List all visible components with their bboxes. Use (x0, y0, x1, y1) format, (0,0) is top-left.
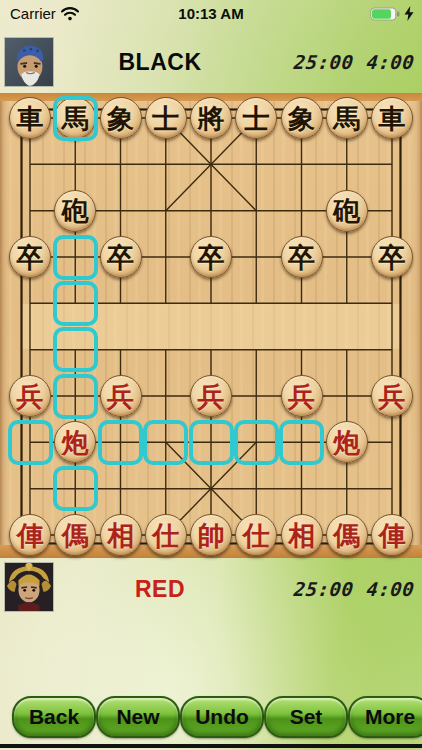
piece-glyph: 兵 (198, 383, 225, 410)
move-highlight-f2r6[interactable] (53, 327, 98, 372)
black-move-clock: 4:00 (365, 51, 415, 73)
board-pieces-layer: 車馬象士將士象馬車砲砲卒卒卒卒卒兵兵兵兵兵炮炮俥傌相仕帥仕相傌俥 (0, 93, 422, 558)
piece-glyph: 兵 (288, 383, 315, 410)
piece-glyph: 炮 (333, 429, 360, 456)
piece-black-f3r4[interactable]: 卒 (100, 236, 142, 278)
black-game-clock: 25:00 (292, 51, 354, 73)
set-button[interactable]: Set (264, 696, 348, 738)
toolbar: Back New Undo Set More (0, 695, 422, 739)
piece-glyph: 象 (107, 105, 134, 132)
piece-black-f7r1[interactable]: 象 (281, 97, 323, 139)
piece-black-f7r4[interactable]: 卒 (281, 236, 323, 278)
piece-glyph: 相 (288, 522, 315, 549)
piece-glyph: 士 (152, 105, 179, 132)
piece-glyph: 相 (107, 522, 134, 549)
move-highlight-f6r8[interactable] (234, 420, 279, 465)
piece-glyph: 車 (379, 105, 406, 132)
piece-glyph: 帥 (198, 522, 225, 549)
piece-red-f9r7[interactable]: 兵 (371, 375, 413, 417)
red-player-row: RED 25:00 4:00 (0, 558, 422, 620)
piece-glyph: 象 (288, 105, 315, 132)
red-game-clock: 25:00 (292, 578, 354, 600)
piece-glyph: 卒 (198, 244, 225, 271)
piece-glyph: 兵 (379, 383, 406, 410)
undo-button[interactable]: Undo (180, 696, 264, 738)
move-highlight-f2r7[interactable] (53, 374, 98, 419)
piece-red-f1r7[interactable]: 兵 (9, 375, 51, 417)
piece-glyph: 兵 (17, 383, 44, 410)
piece-black-f5r4[interactable]: 卒 (190, 236, 232, 278)
piece-black-f8r1[interactable]: 馬 (326, 97, 368, 139)
piece-black-f8r3[interactable]: 砲 (326, 190, 368, 232)
move-highlight-f3r8[interactable] (98, 420, 143, 465)
piece-glyph: 卒 (288, 244, 315, 271)
piece-red-f2r10[interactable]: 傌 (54, 514, 96, 556)
piece-red-f4r10[interactable]: 仕 (145, 514, 187, 556)
piece-black-f1r4[interactable]: 卒 (9, 236, 51, 278)
move-highlight-f2r4[interactable] (53, 235, 98, 280)
piece-red-f5r7[interactable]: 兵 (190, 375, 232, 417)
black-player-label: BLACK (119, 49, 202, 75)
piece-glyph: 傌 (62, 522, 89, 549)
piece-black-f9r4[interactable]: 卒 (371, 236, 413, 278)
move-highlight-f2r9[interactable] (53, 466, 98, 511)
piece-black-f3r1[interactable]: 象 (100, 97, 142, 139)
piece-black-f6r1[interactable]: 士 (235, 97, 277, 139)
red-player-avatar (4, 562, 54, 612)
piece-glyph: 馬 (333, 105, 360, 132)
xiangqi-board[interactable]: 車馬象士將士象馬車砲砲卒卒卒卒卒兵兵兵兵兵炮炮俥傌相仕帥仕相傌俥 (0, 93, 422, 558)
piece-red-f8r10[interactable]: 傌 (326, 514, 368, 556)
piece-glyph: 傌 (333, 522, 360, 549)
piece-glyph: 車 (17, 105, 44, 132)
status-time: 10:13 AM (0, 5, 422, 22)
status-bar: Carrier 10:13 AM (0, 0, 422, 30)
move-highlight-f2r1[interactable] (53, 96, 98, 141)
piece-glyph: 卒 (379, 244, 406, 271)
piece-glyph: 將 (198, 105, 225, 132)
lightning-bolt-icon (404, 6, 414, 21)
red-player-label: RED (135, 576, 185, 602)
piece-black-f9r1[interactable]: 車 (371, 97, 413, 139)
piece-red-f3r10[interactable]: 相 (100, 514, 142, 556)
piece-red-f5r10[interactable]: 帥 (190, 514, 232, 556)
black-player-avatar (4, 37, 54, 87)
red-move-clock: 4:00 (365, 578, 415, 600)
piece-glyph: 砲 (333, 197, 360, 224)
battery-charging-icon (370, 7, 400, 21)
piece-red-f7r7[interactable]: 兵 (281, 375, 323, 417)
move-highlight-f1r8[interactable] (8, 420, 53, 465)
piece-glyph: 兵 (107, 383, 134, 410)
move-highlight-f4r8[interactable] (143, 420, 188, 465)
piece-glyph: 卒 (107, 244, 134, 271)
piece-black-f5r1[interactable]: 將 (190, 97, 232, 139)
more-button[interactable]: More (348, 696, 422, 738)
piece-glyph: 士 (243, 105, 270, 132)
back-button[interactable]: Back (12, 696, 96, 738)
red-clocks: 25:00 4:00 (292, 578, 415, 600)
piece-glyph: 仕 (152, 522, 179, 549)
piece-red-f8r8[interactable]: 炮 (326, 421, 368, 463)
move-highlight-f7r8[interactable] (279, 420, 324, 465)
piece-red-f7r10[interactable]: 相 (281, 514, 323, 556)
piece-glyph: 砲 (62, 197, 89, 224)
piece-red-f9r10[interactable]: 俥 (371, 514, 413, 556)
piece-black-f2r3[interactable]: 砲 (54, 190, 96, 232)
black-player-row: BLACK 25:00 4:00 (0, 30, 422, 93)
bottom-edge-line (0, 744, 422, 748)
move-highlight-f5r8[interactable] (189, 420, 234, 465)
piece-glyph: 卒 (17, 244, 44, 271)
piece-glyph: 俥 (379, 522, 406, 549)
piece-glyph: 仕 (243, 522, 270, 549)
move-highlight-f2r5[interactable] (53, 281, 98, 326)
piece-red-f2r8[interactable]: 炮 (54, 421, 96, 463)
piece-red-f3r7[interactable]: 兵 (100, 375, 142, 417)
piece-glyph: 炮 (62, 429, 89, 456)
piece-red-f1r10[interactable]: 俥 (9, 514, 51, 556)
piece-black-f4r1[interactable]: 士 (145, 97, 187, 139)
piece-red-f6r10[interactable]: 仕 (235, 514, 277, 556)
piece-black-f1r1[interactable]: 車 (9, 97, 51, 139)
piece-glyph: 俥 (17, 522, 44, 549)
black-clocks: 25:00 4:00 (292, 51, 415, 73)
new-button[interactable]: New (96, 696, 180, 738)
